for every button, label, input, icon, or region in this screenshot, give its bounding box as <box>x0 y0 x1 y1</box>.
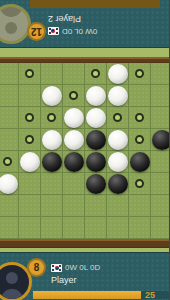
othello-app: 12 0W 0L 0D Player 2 8 <box>0 0 169 300</box>
board-cell-g8[interactable] <box>129 217 151 239</box>
bottom-player-info: 0W 0L 0D Player <box>51 263 100 285</box>
board-cell-a3[interactable] <box>0 107 19 129</box>
legal-move-dot <box>135 135 144 144</box>
korea-flag-icon <box>51 264 62 272</box>
board-cell-c8[interactable] <box>41 217 63 239</box>
white-disc <box>86 86 106 106</box>
board-cell-d3[interactable] <box>63 107 85 129</box>
board-cell-e5[interactable] <box>85 151 107 173</box>
bottom-player-score-badge: 8 <box>27 258 46 277</box>
black-disc <box>152 130 170 150</box>
board-cell-f2[interactable] <box>107 85 129 107</box>
legal-move-dot <box>91 69 100 78</box>
top-player-score-badge: 12 <box>27 22 46 41</box>
board-frame-bottom <box>0 239 169 248</box>
avatar-head-icon <box>6 272 18 284</box>
black-disc <box>86 152 106 172</box>
board-cell-f3[interactable] <box>107 107 129 129</box>
board-cell-h4[interactable] <box>151 129 169 151</box>
bottom-player-progress-fill <box>33 291 141 299</box>
white-disc <box>42 130 62 150</box>
top-player-record: 0W 0L 0D <box>62 27 97 36</box>
board-cell-g6[interactable] <box>129 173 151 195</box>
board-cell-b7[interactable] <box>19 195 41 217</box>
board-cell-e4[interactable] <box>85 129 107 151</box>
black-disc <box>130 152 150 172</box>
board-cell-e2[interactable] <box>85 85 107 107</box>
board-cell-d8[interactable] <box>63 217 85 239</box>
board-cell-d7[interactable] <box>63 195 85 217</box>
top-player-bar: 12 0W 0L 0D Player 2 <box>0 0 169 48</box>
board-cell-e8[interactable] <box>85 217 107 239</box>
korea-flag-icon <box>48 28 59 36</box>
board-cell-a6[interactable] <box>0 173 19 195</box>
legal-move-dot <box>135 69 144 78</box>
white-disc <box>108 130 128 150</box>
board-cell-e3[interactable] <box>85 107 107 129</box>
top-player-rotated-wrapper: 12 0W 0L 0D Player 2 <box>0 0 169 47</box>
legal-move-dot <box>25 69 34 78</box>
board-cell-c5[interactable] <box>41 151 63 173</box>
legal-move-dot <box>25 113 34 122</box>
board-cell-d4[interactable] <box>63 129 85 151</box>
board-cell-f1[interactable] <box>107 63 129 85</box>
white-disc <box>108 152 128 172</box>
board-cell-f7[interactable] <box>107 195 129 217</box>
board-cell-b6[interactable] <box>19 173 41 195</box>
bottom-player-progress-track: 25 <box>33 291 169 299</box>
white-disc <box>0 174 18 194</box>
board-cell-c4[interactable] <box>41 129 63 151</box>
board-cell-c6[interactable] <box>41 173 63 195</box>
board-cell-b8[interactable] <box>19 217 41 239</box>
board-cell-g5[interactable] <box>129 151 151 173</box>
avatar-body-icon <box>0 289 25 300</box>
board-cell-a1[interactable] <box>0 63 19 85</box>
board-cell-f8[interactable] <box>107 217 129 239</box>
board-cell-c3[interactable] <box>41 107 63 129</box>
board-cell-g4[interactable] <box>129 129 151 151</box>
board-cell-f6[interactable] <box>107 173 129 195</box>
board-cell-d5[interactable] <box>63 151 85 173</box>
board-cell-g2[interactable] <box>129 85 151 107</box>
board-cell-a5[interactable] <box>0 151 19 173</box>
legal-move-dot <box>135 179 144 188</box>
board-cell-h1[interactable] <box>151 63 169 85</box>
board-cell-e7[interactable] <box>85 195 107 217</box>
legal-move-dot <box>3 157 12 166</box>
white-disc <box>108 86 128 106</box>
board-cell-e1[interactable] <box>85 63 107 85</box>
board-cell-e6[interactable] <box>85 173 107 195</box>
top-player-info: 0W 0L 0D Player 2 <box>48 14 97 36</box>
legal-move-dot <box>135 113 144 122</box>
white-disc <box>86 108 106 128</box>
board-cell-b3[interactable] <box>19 107 41 129</box>
board-cell-a4[interactable] <box>0 129 19 151</box>
board-cell-c1[interactable] <box>41 63 63 85</box>
board-cell-h7[interactable] <box>151 195 169 217</box>
black-disc <box>86 174 106 194</box>
board-cell-a8[interactable] <box>0 217 19 239</box>
board-cell-b4[interactable] <box>19 129 41 151</box>
bottom-player-bar: 8 0W 0L 0D Player 25 <box>0 252 169 300</box>
board-cell-d6[interactable] <box>63 173 85 195</box>
board-cell-h3[interactable] <box>151 107 169 129</box>
board-cell-b5[interactable] <box>19 151 41 173</box>
avatar-head-icon <box>5 22 17 34</box>
board-cell-d1[interactable] <box>63 63 85 85</box>
board-cell-d2[interactable] <box>63 85 85 107</box>
board <box>0 63 169 239</box>
board-cell-a2[interactable] <box>0 85 19 107</box>
white-disc <box>64 108 84 128</box>
board-cell-b1[interactable] <box>19 63 41 85</box>
board-cell-g7[interactable] <box>129 195 151 217</box>
legal-move-dot <box>47 113 56 122</box>
bottom-player-name: Player <box>51 275 100 285</box>
bottom-player-record: 0W 0L 0D <box>65 263 100 272</box>
board-cell-g1[interactable] <box>129 63 151 85</box>
legal-move-dot <box>113 113 122 122</box>
board-cell-c2[interactable] <box>41 85 63 107</box>
top-player-name: Player 2 <box>48 14 97 24</box>
top-player-progress-strip <box>30 0 160 8</box>
table-felt-top <box>0 48 169 57</box>
white-disc <box>20 152 40 172</box>
board-cell-c7[interactable] <box>41 195 63 217</box>
legal-move-dot <box>69 91 78 100</box>
board-cell-b2[interactable] <box>19 85 41 107</box>
board-cell-h5[interactable] <box>151 151 169 173</box>
white-disc <box>64 130 84 150</box>
black-disc <box>86 130 106 150</box>
board-cell-f5[interactable] <box>107 151 129 173</box>
avatar-body-icon <box>0 4 24 17</box>
white-disc <box>108 64 128 84</box>
legal-move-dot <box>25 135 34 144</box>
bottom-player-progress-value: 25 <box>145 290 155 300</box>
board-cell-h6[interactable] <box>151 173 169 195</box>
board-cell-h8[interactable] <box>151 217 169 239</box>
top-player-avatar[interactable] <box>0 4 31 44</box>
board-cell-g3[interactable] <box>129 107 151 129</box>
white-disc <box>42 86 62 106</box>
black-disc <box>64 152 84 172</box>
black-disc <box>42 152 62 172</box>
board-cell-a7[interactable] <box>0 195 19 217</box>
black-disc <box>108 174 128 194</box>
board-cell-f4[interactable] <box>107 129 129 151</box>
board-cell-h2[interactable] <box>151 85 169 107</box>
